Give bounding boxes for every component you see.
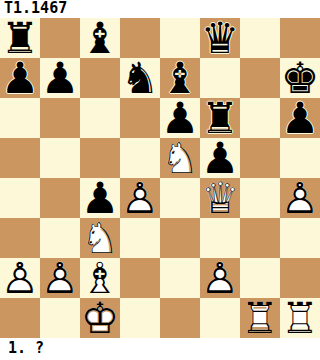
white-piece-outline: ♙ [280, 178, 320, 218]
square-f3[interactable] [200, 218, 240, 258]
square-g4[interactable] [240, 178, 280, 218]
piece-white-queen[interactable]: ♛♕ [200, 178, 240, 218]
square-g1[interactable]: ♜♖ [240, 298, 280, 338]
square-h4[interactable]: ♟♙ [280, 178, 320, 218]
square-f8[interactable]: ♛ [200, 18, 240, 58]
square-g3[interactable] [240, 218, 280, 258]
piece-white-rook[interactable]: ♜♖ [280, 298, 320, 338]
black-piece-fill: ♟ [0, 58, 40, 98]
piece-black-pawn[interactable]: ♟ [40, 58, 80, 98]
square-g8[interactable] [240, 18, 280, 58]
square-b2[interactable]: ♟♙ [40, 258, 80, 298]
piece-white-knight[interactable]: ♞♘ [160, 138, 200, 178]
white-piece-outline: ♕ [200, 178, 240, 218]
square-b3[interactable] [40, 218, 80, 258]
square-c1[interactable]: ♚♔ [80, 298, 120, 338]
piece-white-rook[interactable]: ♜♖ [240, 298, 280, 338]
white-piece-outline: ♘ [160, 138, 200, 178]
square-e5[interactable]: ♞♘ [160, 138, 200, 178]
square-e4[interactable] [160, 178, 200, 218]
white-piece-outline: ♙ [0, 258, 40, 298]
square-d8[interactable] [120, 18, 160, 58]
square-c6[interactable] [80, 98, 120, 138]
square-a6[interactable] [0, 98, 40, 138]
square-f7[interactable] [200, 58, 240, 98]
black-piece-fill: ♝ [80, 18, 120, 58]
square-h6[interactable]: ♟ [280, 98, 320, 138]
square-c5[interactable] [80, 138, 120, 178]
black-piece-fill: ♚ [280, 58, 320, 98]
white-piece-outline: ♘ [80, 218, 120, 258]
white-piece-outline: ♖ [280, 298, 320, 338]
square-f1[interactable] [200, 298, 240, 338]
square-e6[interactable]: ♟ [160, 98, 200, 138]
chess-board: ♜♝♛♟♟♞♝♚♟♜♟♞♘♟♟♟♙♛♕♟♙♞♘♟♙♟♙♝♗♟♙♚♔♜♖♜♖ [0, 18, 320, 338]
square-h8[interactable] [280, 18, 320, 58]
square-e3[interactable] [160, 218, 200, 258]
square-e7[interactable]: ♝ [160, 58, 200, 98]
piece-white-pawn[interactable]: ♟♙ [200, 258, 240, 298]
piece-black-pawn[interactable]: ♟ [200, 138, 240, 178]
square-b4[interactable] [40, 178, 80, 218]
square-g5[interactable] [240, 138, 280, 178]
square-a7[interactable]: ♟ [0, 58, 40, 98]
square-d1[interactable] [120, 298, 160, 338]
piece-black-king[interactable]: ♚ [280, 58, 320, 98]
square-e1[interactable] [160, 298, 200, 338]
piece-white-pawn[interactable]: ♟♙ [0, 258, 40, 298]
square-d6[interactable] [120, 98, 160, 138]
square-a3[interactable] [0, 218, 40, 258]
square-h7[interactable]: ♚ [280, 58, 320, 98]
square-a1[interactable] [0, 298, 40, 338]
piece-white-pawn[interactable]: ♟♙ [280, 178, 320, 218]
white-piece-outline: ♙ [120, 178, 160, 218]
piece-white-pawn[interactable]: ♟♙ [40, 258, 80, 298]
puzzle-title: T1.1467 [0, 0, 320, 18]
piece-black-pawn[interactable]: ♟ [280, 98, 320, 138]
piece-black-bishop[interactable]: ♝ [80, 18, 120, 58]
square-h2[interactable] [280, 258, 320, 298]
square-b7[interactable]: ♟ [40, 58, 80, 98]
white-piece-outline: ♔ [80, 298, 120, 338]
square-a5[interactable] [0, 138, 40, 178]
piece-white-pawn[interactable]: ♟♙ [120, 178, 160, 218]
piece-black-queen[interactable]: ♛ [200, 18, 240, 58]
piece-white-king[interactable]: ♚♔ [80, 298, 120, 338]
square-d7[interactable]: ♞ [120, 58, 160, 98]
piece-black-rook[interactable]: ♜ [200, 98, 240, 138]
square-g6[interactable] [240, 98, 280, 138]
square-e2[interactable] [160, 258, 200, 298]
piece-black-rook[interactable]: ♜ [0, 18, 40, 58]
square-f6[interactable]: ♜ [200, 98, 240, 138]
black-piece-fill: ♟ [280, 98, 320, 138]
black-piece-fill: ♟ [80, 178, 120, 218]
black-piece-fill: ♛ [200, 18, 240, 58]
black-piece-fill: ♜ [0, 18, 40, 58]
square-b8[interactable] [40, 18, 80, 58]
black-piece-fill: ♜ [200, 98, 240, 138]
piece-black-pawn[interactable]: ♟ [160, 98, 200, 138]
square-b5[interactable] [40, 138, 80, 178]
square-f2[interactable]: ♟♙ [200, 258, 240, 298]
square-h3[interactable] [280, 218, 320, 258]
square-g7[interactable] [240, 58, 280, 98]
square-c4[interactable]: ♟ [80, 178, 120, 218]
black-piece-fill: ♝ [160, 58, 200, 98]
square-f4[interactable]: ♛♕ [200, 178, 240, 218]
square-h5[interactable] [280, 138, 320, 178]
square-c3[interactable]: ♞♘ [80, 218, 120, 258]
square-c7[interactable] [80, 58, 120, 98]
square-h1[interactable]: ♜♖ [280, 298, 320, 338]
square-g2[interactable] [240, 258, 280, 298]
square-d4[interactable]: ♟♙ [120, 178, 160, 218]
black-piece-fill: ♟ [200, 138, 240, 178]
square-d3[interactable] [120, 218, 160, 258]
piece-black-pawn[interactable]: ♟ [80, 178, 120, 218]
white-piece-outline: ♗ [80, 258, 120, 298]
square-e8[interactable] [160, 18, 200, 58]
piece-black-bishop[interactable]: ♝ [160, 58, 200, 98]
white-piece-outline: ♙ [40, 258, 80, 298]
square-a2[interactable]: ♟♙ [0, 258, 40, 298]
square-c2[interactable]: ♝♗ [80, 258, 120, 298]
square-a8[interactable]: ♜ [0, 18, 40, 58]
square-f5[interactable]: ♟ [200, 138, 240, 178]
piece-white-bishop[interactable]: ♝♗ [80, 258, 120, 298]
square-a4[interactable] [0, 178, 40, 218]
square-d2[interactable] [120, 258, 160, 298]
square-d5[interactable] [120, 138, 160, 178]
square-c8[interactable]: ♝ [80, 18, 120, 58]
square-b1[interactable] [40, 298, 80, 338]
piece-white-knight[interactable]: ♞♘ [80, 218, 120, 258]
black-piece-fill: ♟ [40, 58, 80, 98]
black-piece-fill: ♟ [160, 98, 200, 138]
white-piece-outline: ♖ [240, 298, 280, 338]
black-piece-fill: ♞ [120, 58, 160, 98]
square-b6[interactable] [40, 98, 80, 138]
piece-black-pawn[interactable]: ♟ [0, 58, 40, 98]
white-piece-outline: ♙ [200, 258, 240, 298]
piece-black-knight[interactable]: ♞ [120, 58, 160, 98]
